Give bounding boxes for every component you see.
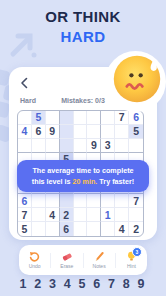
cell-digit: 6: [22, 195, 28, 207]
numberpad-4[interactable]: 4: [61, 277, 73, 291]
undo-icon: [29, 251, 40, 262]
sudoku-cell-r2c4[interactable]: [60, 125, 74, 139]
numberpad-7[interactable]: 7: [106, 277, 118, 291]
sudoku-cell-r9c7[interactable]: [101, 222, 115, 236]
notes-button[interactable]: Notes: [84, 245, 115, 275]
headline-line1: OR THINK: [0, 7, 166, 27]
sudoku-cell-r3c4[interactable]: [60, 139, 74, 153]
cell-digit: 4: [22, 125, 28, 137]
cell-digit: 7: [119, 111, 125, 123]
numberpad-3[interactable]: 3: [47, 277, 59, 291]
sudoku-cell-r8c8[interactable]: [115, 208, 129, 222]
undo-button[interactable]: Undo: [19, 245, 50, 275]
cell-digit: 9: [91, 139, 97, 151]
numberpad-1[interactable]: 1: [17, 277, 29, 291]
cell-digit: 6: [35, 125, 41, 137]
numberpad: 123456789: [17, 277, 147, 291]
numberpad-2[interactable]: 2: [32, 277, 44, 291]
sudoku-cell-r2c1[interactable]: 4: [18, 125, 32, 139]
sudoku-cell-r9c9[interactable]: 2: [129, 222, 143, 236]
tip-line1: The average time to complete: [17, 165, 149, 176]
sudoku-cell-r7c5[interactable]: [74, 194, 88, 208]
sudoku-cell-r1c3[interactable]: [46, 111, 60, 125]
sudoku-cell-r3c1[interactable]: [18, 139, 32, 153]
sudoku-cell-r7c7[interactable]: [101, 194, 115, 208]
cell-digit: 5: [35, 111, 41, 123]
sudoku-cell-r7c1[interactable]: 6: [18, 194, 32, 208]
sudoku-cell-r9c4[interactable]: 6: [60, 222, 74, 236]
sudoku-cell-r7c2[interactable]: [32, 194, 46, 208]
sudoku-cell-r2c7[interactable]: [101, 125, 115, 139]
app-screen: OR THINK HARD Hard Mistakes: 0/3 5764695…: [0, 0, 166, 296]
sudoku-cell-r3c9[interactable]: [129, 139, 143, 153]
sudoku-cell-r9c2[interactable]: [32, 222, 46, 236]
headline: OR THINK HARD: [0, 7, 166, 47]
numberpad-5[interactable]: 5: [76, 277, 88, 291]
sudoku-cell-r3c8[interactable]: [115, 139, 129, 153]
hint-button[interactable]: 3 Hint: [116, 245, 147, 275]
sudoku-cell-r2c5[interactable]: [74, 125, 88, 139]
sudoku-cell-r2c2[interactable]: 6: [32, 125, 46, 139]
sudoku-cell-r9c5[interactable]: [74, 222, 88, 236]
cell-digit: 1: [105, 209, 111, 221]
sudoku-cell-r3c3[interactable]: [46, 139, 60, 153]
numberpad-8[interactable]: 8: [120, 277, 132, 291]
sudoku-cell-r9c3[interactable]: [46, 222, 60, 236]
cell-digit: 5: [133, 125, 139, 137]
sudoku-cell-r1c4[interactable]: [60, 111, 74, 125]
sudoku-cell-r8c1[interactable]: 7: [18, 208, 32, 222]
sudoku-cell-r8c6[interactable]: [87, 208, 101, 222]
sudoku-cell-r8c5[interactable]: [74, 208, 88, 222]
sudoku-cell-r1c5[interactable]: [74, 111, 88, 125]
sudoku-cell-r3c5[interactable]: [74, 139, 88, 153]
cell-digit: 6: [133, 111, 139, 123]
cell-digit: 2: [63, 209, 69, 221]
sudoku-cell-r9c1[interactable]: 5: [18, 222, 32, 236]
cell-digit: 9: [49, 125, 55, 137]
sudoku-cell-r3c7[interactable]: 3: [101, 139, 115, 153]
sudoku-cell-r9c6[interactable]: [87, 222, 101, 236]
sudoku-cell-r8c7[interactable]: 1: [101, 208, 115, 222]
sudoku-cell-r9c8[interactable]: 4: [115, 222, 129, 236]
sudoku-cell-r7c4[interactable]: [60, 194, 74, 208]
tip-line2: this level is 20 min. Try faster!: [17, 176, 149, 187]
sudoku-cell-r1c6[interactable]: [87, 111, 101, 125]
cell-digit: 7: [22, 209, 28, 221]
sudoku-cell-r7c6[interactable]: [87, 194, 101, 208]
sudoku-cell-r1c9[interactable]: 6: [129, 111, 143, 125]
cell-digit: 4: [119, 223, 125, 235]
sudoku-cell-r2c8[interactable]: [115, 125, 129, 139]
sudoku-cell-r2c6[interactable]: [87, 125, 101, 139]
sudoku-cell-r7c9[interactable]: 7: [129, 194, 143, 208]
sudoku-cell-r2c3[interactable]: 9: [46, 125, 60, 139]
undo-label: Undo: [29, 263, 41, 269]
sudoku-cell-r7c3[interactable]: [46, 194, 60, 208]
headline-line2: HARD: [0, 27, 166, 47]
sudoku-cell-r1c2[interactable]: 5: [32, 111, 46, 125]
pencil-icon: [94, 251, 105, 262]
hint-count-badge: 3: [132, 247, 142, 257]
toolbar-card: Undo Erase Notes 3: [19, 245, 147, 275]
tip-highlight: 20 min.: [73, 177, 98, 186]
sudoku-cell-r8c9[interactable]: [129, 208, 143, 222]
sudoku-cell-r2c9[interactable]: 5: [129, 125, 143, 139]
notes-label: Notes: [93, 263, 106, 269]
eraser-icon: [61, 251, 73, 262]
numberpad-6[interactable]: 6: [91, 277, 103, 291]
tip-banner: The average time to complete this level …: [17, 160, 149, 192]
sudoku-cell-r8c4[interactable]: 2: [60, 208, 74, 222]
sudoku-cell-r7c8[interactable]: [115, 194, 129, 208]
cell-digit: 4: [49, 209, 55, 221]
cell-digit: 2: [133, 223, 139, 235]
hint-label: Hint: [127, 263, 136, 269]
sudoku-cell-r3c2[interactable]: [32, 139, 46, 153]
erase-label: Erase: [60, 263, 73, 269]
back-button[interactable]: [18, 76, 32, 90]
worried-emoji-icon: [111, 53, 163, 105]
cell-digit: 3: [105, 139, 111, 151]
cell-digit: 5: [22, 223, 28, 235]
sudoku-cell-r8c2[interactable]: [32, 208, 46, 222]
cell-digit: 6: [63, 223, 69, 235]
cell-digit: 7: [133, 195, 139, 207]
sudoku-cell-r1c1[interactable]: [18, 111, 32, 125]
erase-button[interactable]: Erase: [51, 245, 82, 275]
sudoku-cell-r3c6[interactable]: 9: [87, 139, 101, 153]
sudoku-cell-r1c7[interactable]: [101, 111, 115, 125]
sudoku-cell-r8c3[interactable]: 4: [46, 208, 60, 222]
numberpad-9[interactable]: 9: [135, 277, 147, 291]
sudoku-cell-r1c8[interactable]: 7: [115, 111, 129, 125]
